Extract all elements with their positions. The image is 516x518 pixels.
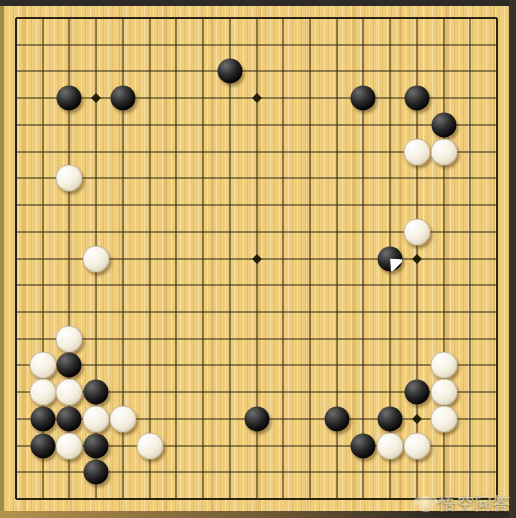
black-stone	[351, 433, 376, 458]
grid-line-vertical	[309, 18, 310, 499]
black-stone	[404, 86, 429, 111]
white-stone	[56, 165, 83, 192]
star-point	[252, 254, 262, 264]
white-stone	[56, 325, 83, 352]
black-stone	[404, 380, 429, 405]
watermark-text: 悟空问答	[439, 492, 511, 515]
black-stone	[244, 406, 269, 431]
grid-line-horizontal	[16, 311, 497, 312]
star-point	[412, 254, 422, 264]
star-point	[91, 93, 101, 103]
black-stone	[84, 380, 109, 405]
black-stone	[57, 406, 82, 431]
white-stone	[56, 379, 83, 406]
monkey-logo-icon	[417, 496, 435, 512]
black-stone	[84, 433, 109, 458]
black-stone	[324, 406, 349, 431]
black-stone	[57, 353, 82, 378]
go-board[interactable]	[16, 18, 497, 499]
grid-line-horizontal	[16, 285, 497, 286]
watermark: 悟空问答	[417, 492, 511, 515]
white-stone	[430, 352, 457, 379]
black-stone	[110, 86, 135, 111]
grid-line-horizontal	[16, 365, 497, 366]
white-stone	[29, 352, 56, 379]
board-frame-left	[0, 6, 4, 511]
white-stone	[403, 138, 430, 165]
grid-line-vertical	[496, 18, 498, 499]
white-stone	[29, 379, 56, 406]
white-stone	[403, 432, 430, 459]
go-app-screenshot: 悟空问答	[0, 0, 516, 518]
grid-line-vertical	[283, 18, 284, 499]
black-stone	[217, 59, 242, 84]
board-frame-top	[0, 0, 516, 6]
star-point	[252, 93, 262, 103]
white-stone	[377, 432, 404, 459]
black-stone	[30, 406, 55, 431]
black-stone	[351, 86, 376, 111]
white-stone	[109, 405, 136, 432]
white-stone	[83, 405, 110, 432]
white-stone	[430, 379, 457, 406]
white-stone	[430, 138, 457, 165]
black-stone	[431, 112, 456, 137]
star-point	[412, 414, 422, 424]
white-stone	[430, 405, 457, 432]
last-move-marker	[378, 246, 403, 271]
grid-line-horizontal	[16, 338, 497, 339]
white-stone	[136, 432, 163, 459]
white-stone	[56, 432, 83, 459]
black-stone	[30, 433, 55, 458]
black-stone	[84, 460, 109, 485]
board-frame-right	[509, 0, 516, 518]
black-stone	[57, 86, 82, 111]
white-stone	[403, 218, 430, 245]
grid-line-vertical	[470, 18, 471, 499]
black-stone	[378, 246, 403, 271]
white-stone	[83, 245, 110, 272]
black-stone	[378, 406, 403, 431]
